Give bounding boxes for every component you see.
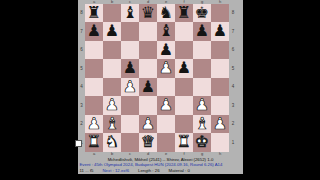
square-f3[interactable] xyxy=(175,96,193,115)
rank-label-3: 3 xyxy=(79,96,85,115)
white-rook-piece[interactable]: ♜ xyxy=(87,133,101,152)
rank-labels-left: 87654321 xyxy=(79,4,85,152)
material-balance: Material : 0 xyxy=(169,168,190,173)
square-c7[interactable] xyxy=(121,22,139,41)
chess-board: ♜♝♛♞♜♚♟♟♝♟♟♟♟♟♟♟♟♟♟♟♟♝♟♝♟♜♞♛♜♚ xyxy=(85,4,229,152)
black-bishop-piece[interactable]: ♝ xyxy=(159,22,173,41)
square-c3[interactable] xyxy=(121,96,139,115)
black-knight-piece[interactable]: ♞ xyxy=(159,4,173,23)
square-b1[interactable]: ♞ xyxy=(103,133,121,152)
square-g6[interactable] xyxy=(193,41,211,60)
rank-label-5: 5 xyxy=(79,59,85,78)
black-king-piece[interactable]: ♚ xyxy=(195,4,209,23)
square-b3[interactable]: ♟ xyxy=(103,96,121,115)
square-b5[interactable] xyxy=(103,59,121,78)
black-rook-piece[interactable]: ♜ xyxy=(87,4,101,23)
square-a6[interactable] xyxy=(85,41,103,60)
square-h3[interactable] xyxy=(211,96,229,115)
black-pawn-piece[interactable]: ♟ xyxy=(87,22,101,41)
move-info-line: 11 ... f5 Next : 12.exf6 Length : 26 Mat… xyxy=(80,168,190,173)
square-d5[interactable] xyxy=(139,59,157,78)
square-a1[interactable]: ♜ xyxy=(85,133,103,152)
square-g5[interactable] xyxy=(193,59,211,78)
square-f1[interactable]: ♜ xyxy=(175,133,193,152)
square-c2[interactable] xyxy=(121,115,139,134)
white-king-piece[interactable]: ♚ xyxy=(195,133,209,152)
game-length: Length : 26 xyxy=(138,168,160,173)
video-frame: abcdefgh 87654321 ♜♝♛♞♜♚♟♟♝♟♟♟♟♟♟♟♟♟♟♟♟♝… xyxy=(0,0,320,180)
square-h5[interactable] xyxy=(211,59,229,78)
white-pawn-piece[interactable]: ♟ xyxy=(159,96,173,115)
square-g1[interactable]: ♚ xyxy=(193,133,211,152)
square-b4[interactable] xyxy=(103,78,121,97)
square-c8[interactable]: ♝ xyxy=(121,4,139,23)
square-g2[interactable]: ♝ xyxy=(193,115,211,134)
rank-label-4: 4 xyxy=(230,78,236,97)
black-pawn-piece[interactable]: ♟ xyxy=(141,78,155,97)
square-c5[interactable]: ♟ xyxy=(121,59,139,78)
square-b2[interactable]: ♝ xyxy=(103,115,121,134)
square-b6[interactable] xyxy=(103,41,121,60)
square-g4[interactable] xyxy=(193,78,211,97)
white-pawn-piece[interactable]: ♟ xyxy=(195,96,209,115)
square-f7[interactable] xyxy=(175,22,193,41)
black-pawn-piece[interactable]: ♟ xyxy=(213,22,227,41)
black-pawn-piece[interactable]: ♟ xyxy=(123,59,137,78)
square-c4[interactable]: ♟ xyxy=(121,78,139,97)
square-e6[interactable]: ♟ xyxy=(157,41,175,60)
square-h6[interactable] xyxy=(211,41,229,60)
rank-label-1: 1 xyxy=(230,133,236,152)
diagram-panel: abcdefgh 87654321 ♜♝♛♞♜♚♟♟♝♟♟♟♟♟♟♟♟♟♟♟♟♝… xyxy=(78,0,243,174)
players-result-line: Mchedlishvili, Mikheil (2541) -- Shirov,… xyxy=(78,157,243,162)
square-b7[interactable]: ♟ xyxy=(103,22,121,41)
side-to-move-indicator xyxy=(75,140,82,147)
white-bishop-piece[interactable]: ♝ xyxy=(105,115,119,134)
black-pawn-piece[interactable]: ♟ xyxy=(177,59,191,78)
square-e8[interactable]: ♞ xyxy=(157,4,175,23)
square-h8[interactable] xyxy=(211,4,229,23)
white-pawn-piece[interactable]: ♟ xyxy=(159,59,173,78)
square-d4[interactable]: ♟ xyxy=(139,78,157,97)
square-d2[interactable]: ♟ xyxy=(139,115,157,134)
square-e7[interactable]: ♝ xyxy=(157,22,175,41)
white-pawn-piece[interactable]: ♟ xyxy=(123,78,137,97)
square-a3[interactable] xyxy=(85,96,103,115)
square-a2[interactable]: ♟ xyxy=(85,115,103,134)
square-h1[interactable] xyxy=(211,133,229,152)
square-f8[interactable]: ♜ xyxy=(175,4,193,23)
rank-label-3: 3 xyxy=(230,96,236,115)
rank-label-2: 2 xyxy=(230,115,236,134)
black-pawn-piece[interactable]: ♟ xyxy=(195,22,209,41)
rank-label-7: 7 xyxy=(230,22,236,41)
square-a7[interactable]: ♟ xyxy=(85,22,103,41)
square-g3[interactable]: ♟ xyxy=(193,96,211,115)
black-bishop-piece[interactable]: ♝ xyxy=(123,4,137,23)
square-a8[interactable]: ♜ xyxy=(85,4,103,23)
rank-label-8: 8 xyxy=(79,4,85,23)
black-pawn-piece[interactable]: ♟ xyxy=(105,22,119,41)
white-queen-piece[interactable]: ♛ xyxy=(141,133,155,152)
square-f5[interactable]: ♟ xyxy=(175,59,193,78)
white-pawn-piece[interactable]: ♟ xyxy=(105,96,119,115)
black-rook-piece[interactable]: ♜ xyxy=(177,4,191,23)
next-move: Next : 12.exf6 xyxy=(103,168,130,173)
rank-labels-right: 87654321 xyxy=(230,4,236,152)
white-pawn-piece[interactable]: ♟ xyxy=(141,115,155,134)
square-d1[interactable]: ♛ xyxy=(139,133,157,152)
rank-label-7: 7 xyxy=(79,22,85,41)
rank-label-2: 2 xyxy=(79,115,85,134)
square-h2[interactable]: ♟ xyxy=(211,115,229,134)
square-a4[interactable] xyxy=(85,78,103,97)
square-b8[interactable] xyxy=(103,4,121,23)
white-bishop-piece[interactable]: ♝ xyxy=(195,115,209,134)
square-e4[interactable] xyxy=(157,78,175,97)
square-e3[interactable]: ♟ xyxy=(157,96,175,115)
rank-label-4: 4 xyxy=(79,78,85,97)
rank-label-8: 8 xyxy=(230,4,236,23)
square-g8[interactable]: ♚ xyxy=(193,4,211,23)
rank-label-6: 6 xyxy=(230,41,236,60)
square-h4[interactable] xyxy=(211,78,229,97)
event-line: Event : 45th Olympiad 2024, Budapest HUN… xyxy=(80,162,223,167)
square-e1[interactable] xyxy=(157,133,175,152)
last-move: 11 ... f5 xyxy=(80,168,94,173)
white-knight-piece[interactable]: ♞ xyxy=(105,133,119,152)
square-h7[interactable]: ♟ xyxy=(211,22,229,41)
white-rook-piece[interactable]: ♜ xyxy=(177,133,191,152)
black-queen-piece[interactable]: ♛ xyxy=(141,4,155,23)
square-c1[interactable] xyxy=(121,133,139,152)
white-pawn-piece[interactable]: ♟ xyxy=(213,115,227,134)
square-d6[interactable] xyxy=(139,41,157,60)
square-g7[interactable]: ♟ xyxy=(193,22,211,41)
square-c6[interactable] xyxy=(121,41,139,60)
black-pawn-piece[interactable]: ♟ xyxy=(159,41,173,60)
square-e2[interactable] xyxy=(157,115,175,134)
square-f4[interactable] xyxy=(175,78,193,97)
square-d3[interactable] xyxy=(139,96,157,115)
square-d7[interactable] xyxy=(139,22,157,41)
rank-label-5: 5 xyxy=(230,59,236,78)
rank-label-6: 6 xyxy=(79,41,85,60)
white-pawn-piece[interactable]: ♟ xyxy=(87,115,101,134)
square-f2[interactable] xyxy=(175,115,193,134)
square-d8[interactable]: ♛ xyxy=(139,4,157,23)
square-a5[interactable] xyxy=(85,59,103,78)
square-e5[interactable]: ♟ xyxy=(157,59,175,78)
square-f6[interactable] xyxy=(175,41,193,60)
